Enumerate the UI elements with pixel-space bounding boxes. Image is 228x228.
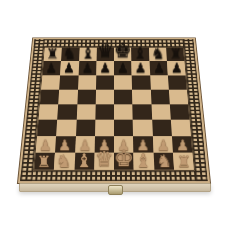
- black-rook: ♜: [169, 47, 181, 61]
- square-e3: [114, 120, 133, 136]
- square-f7: ♟: [132, 61, 150, 75]
- white-pawn: ♟: [156, 138, 169, 153]
- black-bishop: ♝: [80, 45, 95, 62]
- square-d2: ♟: [94, 136, 114, 153]
- square-g5: [150, 89, 169, 104]
- square-b4: [57, 104, 77, 119]
- white-pawn: ♟: [176, 138, 189, 153]
- square-d6: [96, 75, 114, 89]
- square-h3: [171, 120, 191, 136]
- square-b2: ♟: [55, 136, 75, 153]
- square-a6: [41, 75, 60, 89]
- white-bishop: ♝: [76, 151, 93, 170]
- black-pawn: ♟: [171, 62, 183, 75]
- white-rook: ♜: [37, 154, 51, 170]
- square-g4: [151, 104, 171, 119]
- black-pawn: ♟: [135, 62, 147, 75]
- square-f1: ♝: [134, 152, 154, 169]
- square-a3: [37, 120, 57, 136]
- square-b1: ♞: [54, 152, 75, 169]
- square-a2: ♟: [36, 136, 57, 153]
- white-queen: ♛: [95, 149, 114, 170]
- square-d1: ♛: [94, 152, 114, 169]
- black-knight: ♞: [63, 46, 77, 62]
- square-e8: ♚: [114, 48, 132, 61]
- square-e1: ♚: [114, 152, 134, 169]
- square-h6: [168, 75, 187, 89]
- square-c7: ♟: [78, 61, 96, 75]
- white-pawn: ♟: [78, 138, 91, 153]
- black-pawn: ♟: [99, 62, 111, 75]
- brass-clasp: [108, 185, 123, 195]
- square-b3: [56, 120, 76, 136]
- square-a5: [40, 89, 60, 104]
- square-g1: ♞: [153, 152, 174, 169]
- black-pawn: ♟: [117, 62, 129, 75]
- square-f3: [133, 120, 153, 136]
- white-pawn: ♟: [137, 138, 150, 153]
- square-d8: ♛: [96, 48, 114, 61]
- square-f6: [132, 75, 151, 89]
- black-pawn: ♟: [45, 62, 57, 75]
- white-pawn: ♟: [59, 138, 72, 153]
- square-b8: ♞: [61, 48, 79, 61]
- square-h5: [169, 89, 189, 104]
- square-b5: [58, 89, 77, 104]
- square-c1: ♝: [74, 152, 94, 169]
- square-g8: ♞: [149, 48, 167, 61]
- square-a8: ♜: [44, 48, 62, 61]
- board-grid: ♜♞♝♛♚♝♞♜♟♟♟♟♟♟♟♟♟♟♟♟♟♟♟♟♜♞♝♛♚♝♞♜: [34, 48, 194, 170]
- square-c3: [76, 120, 96, 136]
- square-e6: [114, 75, 132, 89]
- square-e4: [114, 104, 133, 119]
- white-king: ♚: [114, 147, 134, 170]
- square-f4: [133, 104, 152, 119]
- chess-set-photo: ♜♞♝♛♚♝♞♜♟♟♟♟♟♟♟♟♟♟♟♟♟♟♟♟♜♞♝♛♚♝♞♜: [0, 0, 228, 228]
- square-a1: ♜: [34, 152, 55, 169]
- square-h8: ♜: [166, 48, 184, 61]
- meander-border-top: [34, 39, 194, 47]
- square-e5: [114, 89, 133, 104]
- black-knight: ♞: [151, 46, 165, 62]
- square-c2: ♟: [75, 136, 95, 153]
- square-e7: ♟: [114, 61, 132, 75]
- square-e2: ♟: [114, 136, 134, 153]
- square-h2: ♟: [172, 136, 193, 153]
- square-d7: ♟: [96, 61, 114, 75]
- white-bishop: ♝: [136, 151, 153, 170]
- square-b6: [59, 75, 78, 89]
- square-c4: [76, 104, 95, 119]
- black-pawn: ♟: [153, 62, 165, 75]
- square-a4: [39, 104, 59, 119]
- white-pawn: ♟: [98, 138, 111, 153]
- square-h1: ♜: [173, 152, 194, 169]
- square-h7: ♟: [167, 61, 186, 75]
- square-b7: ♟: [60, 61, 78, 75]
- square-f5: [132, 89, 151, 104]
- square-d4: [95, 104, 114, 119]
- black-pawn: ♟: [81, 62, 93, 75]
- square-c6: [78, 75, 97, 89]
- square-g3: [152, 120, 172, 136]
- square-g2: ♟: [152, 136, 172, 153]
- square-g7: ♟: [149, 61, 167, 75]
- square-d3: [95, 120, 114, 136]
- white-pawn: ♟: [117, 138, 130, 153]
- chess-board: ♜♞♝♛♚♝♞♜♟♟♟♟♟♟♟♟♟♟♟♟♟♟♟♟♜♞♝♛♚♝♞♜: [18, 38, 210, 183]
- black-rook: ♜: [46, 47, 58, 61]
- square-h4: [170, 104, 190, 119]
- white-rook: ♜: [177, 154, 191, 170]
- black-pawn: ♟: [63, 62, 75, 75]
- black-bishop: ♝: [133, 45, 148, 62]
- square-a7: ♟: [42, 61, 61, 75]
- square-c8: ♝: [79, 48, 97, 61]
- square-c5: [77, 89, 96, 104]
- square-d5: [95, 89, 114, 104]
- white-knight: ♞: [156, 152, 172, 170]
- square-f2: ♟: [133, 136, 153, 153]
- white-knight: ♞: [56, 152, 72, 170]
- meander-border-bottom: [20, 171, 208, 182]
- square-f8: ♝: [131, 48, 149, 61]
- square-g6: [150, 75, 169, 89]
- white-pawn: ♟: [39, 138, 52, 153]
